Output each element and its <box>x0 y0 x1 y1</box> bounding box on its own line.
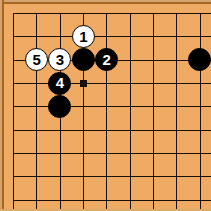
black-stone-move-4: 4 <box>48 72 71 95</box>
black-stone <box>188 48 211 71</box>
go-board-diagram: 15324 <box>0 0 211 211</box>
black-stone <box>48 95 71 118</box>
white-stone-move-1: 1 <box>72 25 95 48</box>
white-stone-move-5: 5 <box>25 48 48 71</box>
black-stone-move-2: 2 <box>95 48 118 71</box>
white-stone-move-3: 3 <box>48 48 71 71</box>
black-stone <box>72 48 95 71</box>
stones-layer: 15324 <box>2 2 211 211</box>
